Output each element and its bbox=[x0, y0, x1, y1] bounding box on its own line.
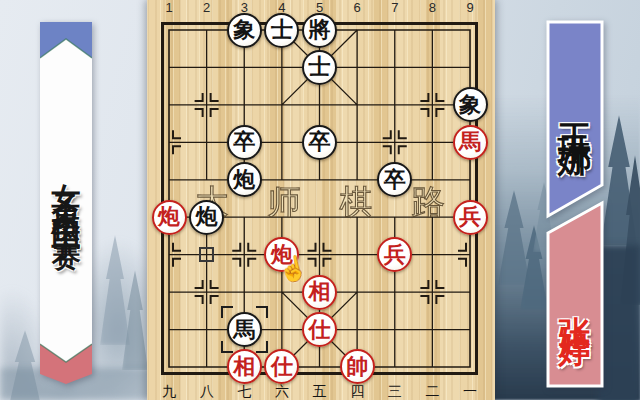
piece-black-炮[interactable]: 炮 bbox=[227, 162, 262, 197]
pine-tree-icon bbox=[8, 330, 42, 400]
pine-tree-icon bbox=[122, 270, 148, 370]
background-tree-trunk bbox=[598, 245, 640, 400]
last-move-to-marker bbox=[221, 306, 268, 353]
piece-red-帥[interactable]: 帥 bbox=[340, 349, 375, 384]
piece-red-炮[interactable]: 炮 bbox=[152, 200, 187, 235]
piece-black-象[interactable]: 象 bbox=[227, 13, 262, 48]
piece-red-相[interactable]: 相 bbox=[227, 349, 262, 384]
piece-black-象[interactable]: 象 bbox=[453, 87, 488, 122]
pine-tree-icon bbox=[601, 115, 637, 245]
piece-black-炮[interactable]: 炮 bbox=[189, 200, 224, 235]
pine-tree-icon bbox=[100, 235, 130, 345]
piece-black-卒[interactable]: 卒 bbox=[302, 125, 337, 160]
piece-black-卒[interactable]: 卒 bbox=[227, 125, 262, 160]
player-banners bbox=[546, 20, 604, 388]
piece-red-仕[interactable]: 仕 bbox=[302, 312, 337, 347]
piece-red-兵[interactable]: 兵 bbox=[453, 200, 488, 235]
pine-tree-icon bbox=[498, 190, 530, 285]
piece-red-馬[interactable]: 馬 bbox=[453, 125, 488, 160]
last-move-from-marker bbox=[199, 247, 214, 262]
pine-tree-icon bbox=[620, 155, 640, 305]
piece-black-將[interactable]: 將 bbox=[302, 13, 337, 48]
xiangqi-app-screen: 大 师 棋 路 123456789九八七六五四三二一 象士將士象卒卒炮卒炮馬馬炮… bbox=[0, 0, 640, 400]
pine-tree-icon bbox=[520, 225, 548, 310]
piece-red-相[interactable]: 相 bbox=[302, 275, 337, 310]
event-banner-ribbon bbox=[40, 22, 92, 384]
piece-black-士[interactable]: 士 bbox=[302, 50, 337, 85]
piece-black-士[interactable]: 士 bbox=[264, 13, 299, 48]
